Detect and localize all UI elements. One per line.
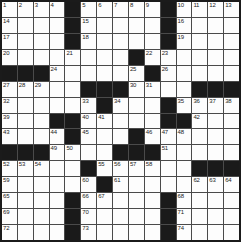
cell-r11c12[interactable] [177,161,192,176]
clue-number-68: 68 [178,193,184,200]
cell-r11c1[interactable]: 52 [2,161,17,176]
cell-r9c6[interactable]: 45 [81,129,96,144]
cell-r1c12[interactable]: 10 [177,2,192,17]
clue-number-7: 7 [114,2,117,9]
clue-number-74: 74 [178,225,184,232]
cell-r6c10[interactable]: 31 [145,82,160,97]
clue-number-72: 72 [3,225,9,232]
clue-number-56: 56 [114,161,120,168]
clue-number-49: 49 [51,145,57,152]
cell-r7c3[interactable] [34,98,49,113]
cell-r13c9[interactable] [129,193,144,208]
black-cell-r10c10 [145,145,160,160]
cell-r8c13[interactable]: 42 [192,114,207,129]
cell-r14c13[interactable] [192,209,207,224]
clue-number-14: 14 [3,18,9,25]
cell-r4c10[interactable]: 22 [145,50,160,65]
black-cell-r15c5 [65,225,80,240]
cell-r9c14[interactable] [208,129,223,144]
cell-r15c3[interactable] [34,225,49,240]
cell-r12c12[interactable] [177,177,192,192]
clue-number-50: 50 [66,145,72,152]
cell-r13c12[interactable]: 68 [177,193,192,208]
clue-number-17: 17 [3,34,9,41]
clue-number-71: 71 [178,209,184,216]
cell-r5c13[interactable] [192,66,207,81]
cell-r9c10[interactable]: 46 [145,129,160,144]
black-cell-r6c6 [81,82,96,97]
black-cell-r10c9 [129,145,144,160]
cell-r15c9[interactable] [129,225,144,240]
cell-r13c7[interactable]: 67 [97,193,112,208]
cell-r8c9[interactable] [129,114,144,129]
cell-r15c1[interactable]: 72 [2,225,17,240]
cell-r3c10[interactable] [145,34,160,49]
cell-r2c2[interactable] [18,18,33,33]
cell-r13c2[interactable] [18,193,33,208]
cell-r14c6[interactable]: 70 [81,209,96,224]
cell-r14c15[interactable] [224,209,239,224]
cell-r11c10[interactable]: 58 [145,161,160,176]
clue-number-10: 10 [178,2,184,9]
cell-r13c3[interactable] [34,193,49,208]
clue-number-1: 1 [3,2,6,9]
clue-number-57: 57 [130,161,136,168]
cell-r14c7[interactable] [97,209,112,224]
clue-number-34: 34 [114,98,120,105]
cell-r2c9[interactable] [129,18,144,33]
clue-number-53: 53 [19,161,25,168]
clue-number-28: 28 [19,82,25,89]
clue-number-61: 61 [114,177,120,184]
cell-r13c15[interactable] [224,193,239,208]
cell-r8c7[interactable]: 41 [97,114,112,129]
clue-number-43: 43 [3,129,9,136]
cell-r2c8[interactable] [113,18,128,33]
cell-r8c2[interactable] [18,114,33,129]
black-cell-r9c9 [129,129,144,144]
cell-r8c10[interactable] [145,114,160,129]
cell-r1c4[interactable]: 4 [50,2,65,17]
cell-r15c15[interactable] [224,225,239,240]
cell-r14c1[interactable]: 69 [2,209,17,224]
cell-r10c11[interactable]: 51 [161,145,176,160]
cell-r1c8[interactable]: 7 [113,2,128,17]
cell-r5c4[interactable]: 24 [50,66,65,81]
cell-r13c6[interactable]: 66 [81,193,96,208]
clue-number-9: 9 [146,2,149,9]
cell-r7c5[interactable] [65,98,80,113]
clue-number-58: 58 [146,161,152,168]
cell-r7c12[interactable]: 35 [177,98,192,113]
cell-r4c2[interactable] [18,50,33,65]
cell-r2c3[interactable] [34,18,49,33]
clue-number-36: 36 [193,98,199,105]
cell-r10c6[interactable] [81,145,96,160]
black-cell-r5c2 [18,66,33,81]
clue-number-4: 4 [51,2,54,9]
cell-r5c14[interactable] [208,66,223,81]
cell-r3c12[interactable]: 19 [177,34,192,49]
cell-r3c4[interactable] [50,34,65,49]
crossword-grid: 1234567891011121314151617181920212223242… [0,0,241,242]
black-cell-r3c5 [65,34,80,49]
cell-r14c2[interactable] [18,209,33,224]
clue-number-23: 23 [162,50,168,57]
cell-r10c12[interactable] [177,145,192,160]
black-cell-r14c5 [65,209,80,224]
clue-number-54: 54 [35,161,41,168]
cell-r10c14[interactable] [208,145,223,160]
cell-r6c2[interactable]: 28 [18,82,33,97]
cell-r3c7[interactable] [97,34,112,49]
cell-r2c14[interactable] [208,18,223,33]
clue-number-45: 45 [82,129,88,136]
cell-r5c6[interactable] [81,66,96,81]
black-cell-r15c11 [161,225,176,240]
cell-r12c15[interactable]: 64 [224,177,239,192]
black-cell-r12c7 [97,177,112,192]
crossword-page: 1234567891011121314151617181920212223242… [0,0,241,242]
black-cell-r11c13 [192,161,207,176]
cell-r3c15[interactable] [224,34,239,49]
black-cell-r6c7 [97,82,112,97]
cell-r13c10[interactable] [145,193,160,208]
cell-r11c9[interactable]: 57 [129,161,144,176]
clue-number-11: 11 [193,2,199,9]
cell-r12c2[interactable] [18,177,33,192]
cell-r5c12[interactable] [177,66,192,81]
cell-r10c5[interactable]: 50 [65,145,80,160]
clue-number-18: 18 [82,34,88,41]
cell-r5c11[interactable]: 26 [161,66,176,81]
black-cell-r4c9 [129,50,144,65]
cell-r11c8[interactable]: 56 [113,161,128,176]
cell-r5c15[interactable] [224,66,239,81]
cell-r13c13[interactable] [192,193,207,208]
cell-r8c8[interactable] [113,114,128,129]
cell-r4c8[interactable] [113,50,128,65]
cell-r4c3[interactable] [34,50,49,65]
clue-number-38: 38 [225,98,231,105]
cell-r4c14[interactable] [208,50,223,65]
clue-number-21: 21 [66,50,72,57]
clue-number-46: 46 [146,129,152,136]
clue-number-52: 52 [3,161,9,168]
cell-r14c14[interactable] [208,209,223,224]
cell-r1c9[interactable]: 8 [129,2,144,17]
black-cell-r2c11 [161,18,176,33]
clue-number-15: 15 [82,18,88,25]
clue-number-69: 69 [3,209,9,216]
cell-r6c3[interactable]: 29 [34,82,49,97]
black-cell-r1c11 [161,2,176,17]
clue-number-59: 59 [3,177,9,184]
cell-r15c7[interactable] [97,225,112,240]
black-cell-r7c7 [97,98,112,113]
cell-r3c2[interactable] [18,34,33,49]
clue-number-20: 20 [3,50,9,57]
black-cell-r11c14 [208,161,223,176]
cell-r1c2[interactable]: 2 [18,2,33,17]
clue-number-3: 3 [35,2,38,9]
cell-r6c12[interactable] [177,82,192,97]
cell-r3c13[interactable] [192,34,207,49]
cell-r1c7[interactable]: 6 [97,2,112,17]
cell-r8c3[interactable] [34,114,49,129]
cell-r5c9[interactable]: 25 [129,66,144,81]
clue-number-25: 25 [130,66,136,73]
clue-number-29: 29 [35,82,41,89]
cell-r6c11[interactable] [161,82,176,97]
cell-r6c9[interactable]: 30 [129,82,144,97]
cell-r12c3[interactable] [34,177,49,192]
cell-r8c1[interactable]: 39 [2,114,17,129]
cell-r3c3[interactable] [34,34,49,49]
cell-r2c13[interactable] [192,18,207,33]
black-cell-r5c10 [145,66,160,81]
clue-number-62: 62 [193,177,199,184]
clue-number-70: 70 [82,209,88,216]
clue-number-60: 60 [82,177,88,184]
clue-number-48: 48 [178,129,184,136]
cell-r11c5[interactable] [65,161,80,176]
cell-r13c14[interactable] [208,193,223,208]
black-cell-r11c15 [224,161,239,176]
cell-r2c12[interactable]: 16 [177,18,192,33]
black-cell-r5c3 [34,66,49,81]
clue-number-6: 6 [98,2,101,9]
cell-r14c9[interactable] [129,209,144,224]
cell-r3c1[interactable]: 17 [2,34,17,49]
cell-r3c9[interactable] [129,34,144,49]
black-cell-r8c12 [177,114,192,129]
black-cell-r10c2 [18,145,33,160]
cell-r4c7[interactable] [97,50,112,65]
cell-r9c7[interactable] [97,129,112,144]
cell-r14c4[interactable] [50,209,65,224]
cell-r14c10[interactable] [145,209,160,224]
cell-r7c9[interactable] [129,98,144,113]
clue-number-27: 27 [3,82,9,89]
clue-number-19: 19 [178,34,184,41]
black-cell-r10c3 [34,145,49,160]
cell-r10c7[interactable] [97,145,112,160]
cell-r4c15[interactable] [224,50,239,65]
black-cell-r7c11 [161,98,176,113]
cell-r11c4[interactable] [50,161,65,176]
black-cell-r1c5 [65,2,80,17]
cell-r7c8[interactable]: 34 [113,98,128,113]
black-cell-r6c13 [192,82,207,97]
cell-r9c15[interactable] [224,129,239,144]
cell-r9c2[interactable] [18,129,33,144]
black-cell-r6c14 [208,82,223,97]
cell-r12c9[interactable] [129,177,144,192]
black-cell-r11c6 [81,161,96,176]
cell-r1c1[interactable]: 1 [2,2,17,17]
cell-r2c10[interactable] [145,18,160,33]
clue-number-35: 35 [178,98,184,105]
clue-number-26: 26 [162,66,168,73]
cell-r4c13[interactable] [192,50,207,65]
cell-r1c14[interactable]: 12 [208,2,223,17]
black-cell-r8c11 [161,114,176,129]
cell-r11c7[interactable]: 55 [97,161,112,176]
cell-r13c4[interactable] [50,193,65,208]
clue-number-64: 64 [225,177,231,184]
cell-r1c6[interactable]: 5 [81,2,96,17]
cell-r12c11[interactable] [161,177,176,192]
clue-number-32: 32 [3,98,9,105]
cell-r12c8[interactable]: 61 [113,177,128,192]
cell-r9c8[interactable] [113,129,128,144]
clue-number-66: 66 [82,193,88,200]
cell-r9c12[interactable]: 48 [177,129,192,144]
cell-r5c8[interactable] [113,66,128,81]
cell-r14c12[interactable]: 71 [177,209,192,224]
cell-r15c13[interactable] [192,225,207,240]
clue-number-47: 47 [162,129,168,136]
cell-r1c10[interactable]: 9 [145,2,160,17]
black-cell-r10c1 [2,145,17,160]
cell-r2c6[interactable]: 15 [81,18,96,33]
cell-r9c1[interactable]: 43 [2,129,17,144]
cell-r11c3[interactable]: 54 [34,161,49,176]
cell-r2c1[interactable]: 14 [2,18,17,33]
cell-r9c13[interactable] [192,129,207,144]
cell-r12c14[interactable]: 63 [208,177,223,192]
cell-r3c6[interactable]: 18 [81,34,96,49]
cell-r6c5[interactable] [65,82,80,97]
cell-r10c13[interactable] [192,145,207,160]
cell-r15c6[interactable]: 73 [81,225,96,240]
clue-number-33: 33 [82,98,88,105]
cell-r12c4[interactable] [50,177,65,192]
cell-r3c14[interactable] [208,34,223,49]
clue-number-24: 24 [51,66,57,73]
black-cell-r8c5 [65,114,80,129]
clue-number-31: 31 [146,82,152,89]
cell-r7c4[interactable] [50,98,65,113]
cell-r7c10[interactable] [145,98,160,113]
cell-r7c1[interactable]: 32 [2,98,17,113]
cell-r12c1[interactable]: 59 [2,177,17,192]
cell-r14c8[interactable] [113,209,128,224]
cell-r13c8[interactable] [113,193,128,208]
cell-r13c1[interactable]: 65 [2,193,17,208]
clue-number-73: 73 [82,225,88,232]
cell-r7c15[interactable]: 38 [224,98,239,113]
cell-r12c10[interactable] [145,177,160,192]
clue-number-51: 51 [162,145,168,152]
cell-r7c6[interactable]: 33 [81,98,96,113]
cell-r11c11[interactable] [161,161,176,176]
cell-r9c3[interactable] [34,129,49,144]
clue-number-42: 42 [193,114,199,121]
clue-number-67: 67 [98,193,104,200]
black-cell-r6c15 [224,82,239,97]
clue-number-8: 8 [130,2,133,9]
black-cell-r10c8 [113,145,128,160]
cell-r11c2[interactable]: 53 [18,161,33,176]
cell-r15c12[interactable]: 74 [177,225,192,240]
cell-r6c4[interactable] [50,82,65,97]
clue-number-40: 40 [82,114,88,121]
cell-r9c11[interactable]: 47 [161,129,176,144]
cell-r7c2[interactable] [18,98,33,113]
clue-number-30: 30 [130,82,136,89]
black-cell-r5c1 [2,66,17,81]
cell-r15c2[interactable] [18,225,33,240]
cell-r10c15[interactable] [224,145,239,160]
black-cell-r9c5 [65,129,80,144]
cell-r2c4[interactable] [50,18,65,33]
cell-r15c14[interactable] [208,225,223,240]
clue-number-55: 55 [98,161,104,168]
clue-number-44: 44 [51,129,57,136]
cell-r4c12[interactable] [177,50,192,65]
clue-number-2: 2 [19,2,22,9]
cell-r10c4[interactable]: 49 [50,145,65,160]
black-cell-r3c11 [161,34,176,49]
cell-r1c3[interactable]: 3 [34,2,49,17]
black-cell-r13c11 [161,193,176,208]
cell-r5c7[interactable] [97,66,112,81]
cell-r5c5[interactable] [65,66,80,81]
cell-r15c4[interactable] [50,225,65,240]
cell-r12c5[interactable] [65,177,80,192]
cell-r3c8[interactable] [113,34,128,49]
cell-r7c13[interactable]: 36 [192,98,207,113]
cell-r4c4[interactable] [50,50,65,65]
black-cell-r14c11 [161,209,176,224]
cell-r1c15[interactable]: 13 [224,2,239,17]
black-cell-r13c5 [65,193,80,208]
cell-r8c6[interactable]: 40 [81,114,96,129]
cell-r4c11[interactable]: 23 [161,50,176,65]
cell-r15c10[interactable] [145,225,160,240]
cell-r15c8[interactable] [113,225,128,240]
cell-r8c14[interactable] [208,114,223,129]
cell-r2c7[interactable] [97,18,112,33]
cell-r1c13[interactable]: 11 [192,2,207,17]
cell-r9c4[interactable]: 44 [50,129,65,144]
cell-r12c6[interactable]: 60 [81,177,96,192]
clue-number-22: 22 [146,50,152,57]
black-cell-r2c5 [65,18,80,33]
black-cell-r6c8 [113,82,128,97]
clue-number-16: 16 [178,18,184,25]
clue-number-65: 65 [3,193,9,200]
cell-r4c6[interactable] [81,50,96,65]
cell-r8c15[interactable] [224,114,239,129]
cell-r6c1[interactable]: 27 [2,82,17,97]
cell-r7c14[interactable]: 37 [208,98,223,113]
clue-number-41: 41 [98,114,104,121]
clue-number-13: 13 [225,2,231,9]
cell-r4c5[interactable]: 21 [65,50,80,65]
cell-r2c15[interactable] [224,18,239,33]
clue-number-63: 63 [209,177,215,184]
clue-number-12: 12 [209,2,215,9]
clue-number-39: 39 [3,114,9,121]
black-cell-r8c4 [50,114,65,129]
cell-r14c3[interactable] [34,209,49,224]
cell-r4c1[interactable]: 20 [2,50,17,65]
cell-r12c13[interactable]: 62 [192,177,207,192]
clue-number-5: 5 [82,2,85,9]
